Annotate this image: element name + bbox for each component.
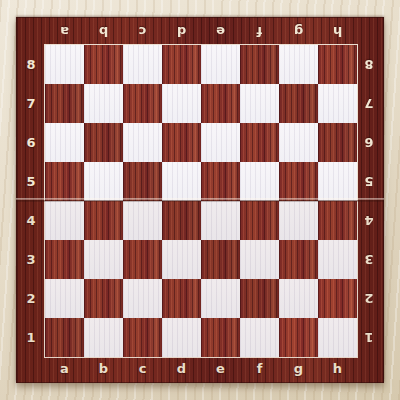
square-g8[interactable] bbox=[279, 45, 318, 84]
square-h1[interactable] bbox=[318, 318, 357, 357]
square-d2[interactable] bbox=[162, 279, 201, 318]
square-e2[interactable] bbox=[201, 279, 240, 318]
chess-board: abcdefgh abcdefgh 87654321 87654321 bbox=[16, 17, 384, 383]
file-label-top-d: d bbox=[162, 18, 201, 45]
square-h7[interactable] bbox=[318, 84, 357, 123]
file-label-bottom-f: f bbox=[240, 355, 279, 382]
square-e3[interactable] bbox=[201, 240, 240, 279]
square-c1[interactable] bbox=[123, 318, 162, 357]
file-label-top-e: e bbox=[201, 18, 240, 45]
square-g7[interactable] bbox=[279, 84, 318, 123]
square-h6[interactable] bbox=[318, 123, 357, 162]
square-f1[interactable] bbox=[240, 318, 279, 357]
square-f5[interactable] bbox=[240, 162, 279, 201]
square-f3[interactable] bbox=[240, 240, 279, 279]
table-surface: abcdefgh abcdefgh 87654321 87654321 bbox=[0, 0, 400, 400]
square-h5[interactable] bbox=[318, 162, 357, 201]
file-label-top-g: g bbox=[279, 18, 318, 45]
square-c8[interactable] bbox=[123, 45, 162, 84]
square-d7[interactable] bbox=[162, 84, 201, 123]
file-labels-bottom: abcdefgh bbox=[45, 355, 357, 382]
square-d1[interactable] bbox=[162, 318, 201, 357]
square-d8[interactable] bbox=[162, 45, 201, 84]
rank-label-left-6: 6 bbox=[17, 123, 45, 162]
square-g4[interactable] bbox=[279, 201, 318, 240]
square-b7[interactable] bbox=[84, 84, 123, 123]
square-h3[interactable] bbox=[318, 240, 357, 279]
square-f4[interactable] bbox=[240, 201, 279, 240]
rank-label-right-6: 6 bbox=[355, 123, 383, 162]
square-c7[interactable] bbox=[123, 84, 162, 123]
square-d6[interactable] bbox=[162, 123, 201, 162]
rank-label-left-3: 3 bbox=[17, 240, 45, 279]
rank-label-left-5: 5 bbox=[17, 162, 45, 201]
rank-label-left-2: 2 bbox=[17, 279, 45, 318]
rank-label-right-1: 1 bbox=[355, 318, 383, 357]
square-b4[interactable] bbox=[84, 201, 123, 240]
square-d3[interactable] bbox=[162, 240, 201, 279]
file-label-bottom-h: h bbox=[318, 355, 357, 382]
rank-label-right-2: 2 bbox=[355, 279, 383, 318]
rank-labels-right: 87654321 bbox=[355, 45, 383, 357]
square-a7[interactable] bbox=[45, 84, 84, 123]
square-h4[interactable] bbox=[318, 201, 357, 240]
file-label-top-a: a bbox=[45, 18, 84, 45]
file-label-bottom-c: c bbox=[123, 355, 162, 382]
square-c2[interactable] bbox=[123, 279, 162, 318]
file-label-bottom-a: a bbox=[45, 355, 84, 382]
file-label-bottom-d: d bbox=[162, 355, 201, 382]
square-c3[interactable] bbox=[123, 240, 162, 279]
playfield bbox=[45, 45, 357, 357]
square-f8[interactable] bbox=[240, 45, 279, 84]
square-b5[interactable] bbox=[84, 162, 123, 201]
square-b3[interactable] bbox=[84, 240, 123, 279]
square-a8[interactable] bbox=[45, 45, 84, 84]
square-b6[interactable] bbox=[84, 123, 123, 162]
file-label-top-b: b bbox=[84, 18, 123, 45]
square-g6[interactable] bbox=[279, 123, 318, 162]
file-label-top-c: c bbox=[123, 18, 162, 45]
file-labels-top: abcdefgh bbox=[45, 18, 357, 45]
rank-label-left-4: 4 bbox=[17, 201, 45, 240]
square-e6[interactable] bbox=[201, 123, 240, 162]
square-b2[interactable] bbox=[84, 279, 123, 318]
square-d4[interactable] bbox=[162, 201, 201, 240]
square-a1[interactable] bbox=[45, 318, 84, 357]
square-e1[interactable] bbox=[201, 318, 240, 357]
square-c5[interactable] bbox=[123, 162, 162, 201]
rank-label-left-1: 1 bbox=[17, 318, 45, 357]
square-a6[interactable] bbox=[45, 123, 84, 162]
square-f6[interactable] bbox=[240, 123, 279, 162]
square-f2[interactable] bbox=[240, 279, 279, 318]
square-a2[interactable] bbox=[45, 279, 84, 318]
square-a5[interactable] bbox=[45, 162, 84, 201]
square-e8[interactable] bbox=[201, 45, 240, 84]
rank-label-right-8: 8 bbox=[355, 45, 383, 84]
rank-label-right-4: 4 bbox=[355, 201, 383, 240]
file-label-top-f: f bbox=[240, 18, 279, 45]
square-h8[interactable] bbox=[318, 45, 357, 84]
file-label-bottom-b: b bbox=[84, 355, 123, 382]
square-d5[interactable] bbox=[162, 162, 201, 201]
square-h2[interactable] bbox=[318, 279, 357, 318]
square-b1[interactable] bbox=[84, 318, 123, 357]
square-a4[interactable] bbox=[45, 201, 84, 240]
file-label-bottom-e: e bbox=[201, 355, 240, 382]
rank-label-left-7: 7 bbox=[17, 84, 45, 123]
square-b8[interactable] bbox=[84, 45, 123, 84]
square-g3[interactable] bbox=[279, 240, 318, 279]
square-g1[interactable] bbox=[279, 318, 318, 357]
rank-label-left-8: 8 bbox=[17, 45, 45, 84]
file-label-top-h: h bbox=[318, 18, 357, 45]
square-f7[interactable] bbox=[240, 84, 279, 123]
file-label-bottom-g: g bbox=[279, 355, 318, 382]
square-e5[interactable] bbox=[201, 162, 240, 201]
square-c4[interactable] bbox=[123, 201, 162, 240]
rank-label-right-3: 3 bbox=[355, 240, 383, 279]
rank-label-right-7: 7 bbox=[355, 84, 383, 123]
square-g2[interactable] bbox=[279, 279, 318, 318]
square-g5[interactable] bbox=[279, 162, 318, 201]
square-e4[interactable] bbox=[201, 201, 240, 240]
square-e7[interactable] bbox=[201, 84, 240, 123]
rank-labels-left: 87654321 bbox=[17, 45, 45, 357]
square-a3[interactable] bbox=[45, 240, 84, 279]
rank-label-right-5: 5 bbox=[355, 162, 383, 201]
square-c6[interactable] bbox=[123, 123, 162, 162]
